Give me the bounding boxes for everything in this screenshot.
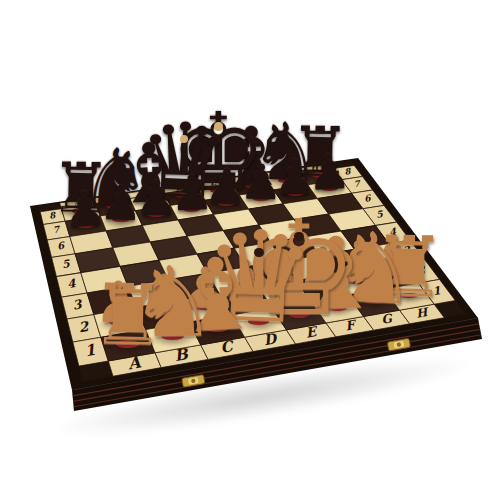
chess-board: 8877665544332211AABBCCDDEEFFGGHH: [0, 0, 500, 500]
photo-background: 8877665544332211AABBCCDDEEFFGGHH ♜♞♝♛♚♝♞…: [0, 0, 500, 500]
coord-label-file-A-back: A: [72, 197, 81, 208]
